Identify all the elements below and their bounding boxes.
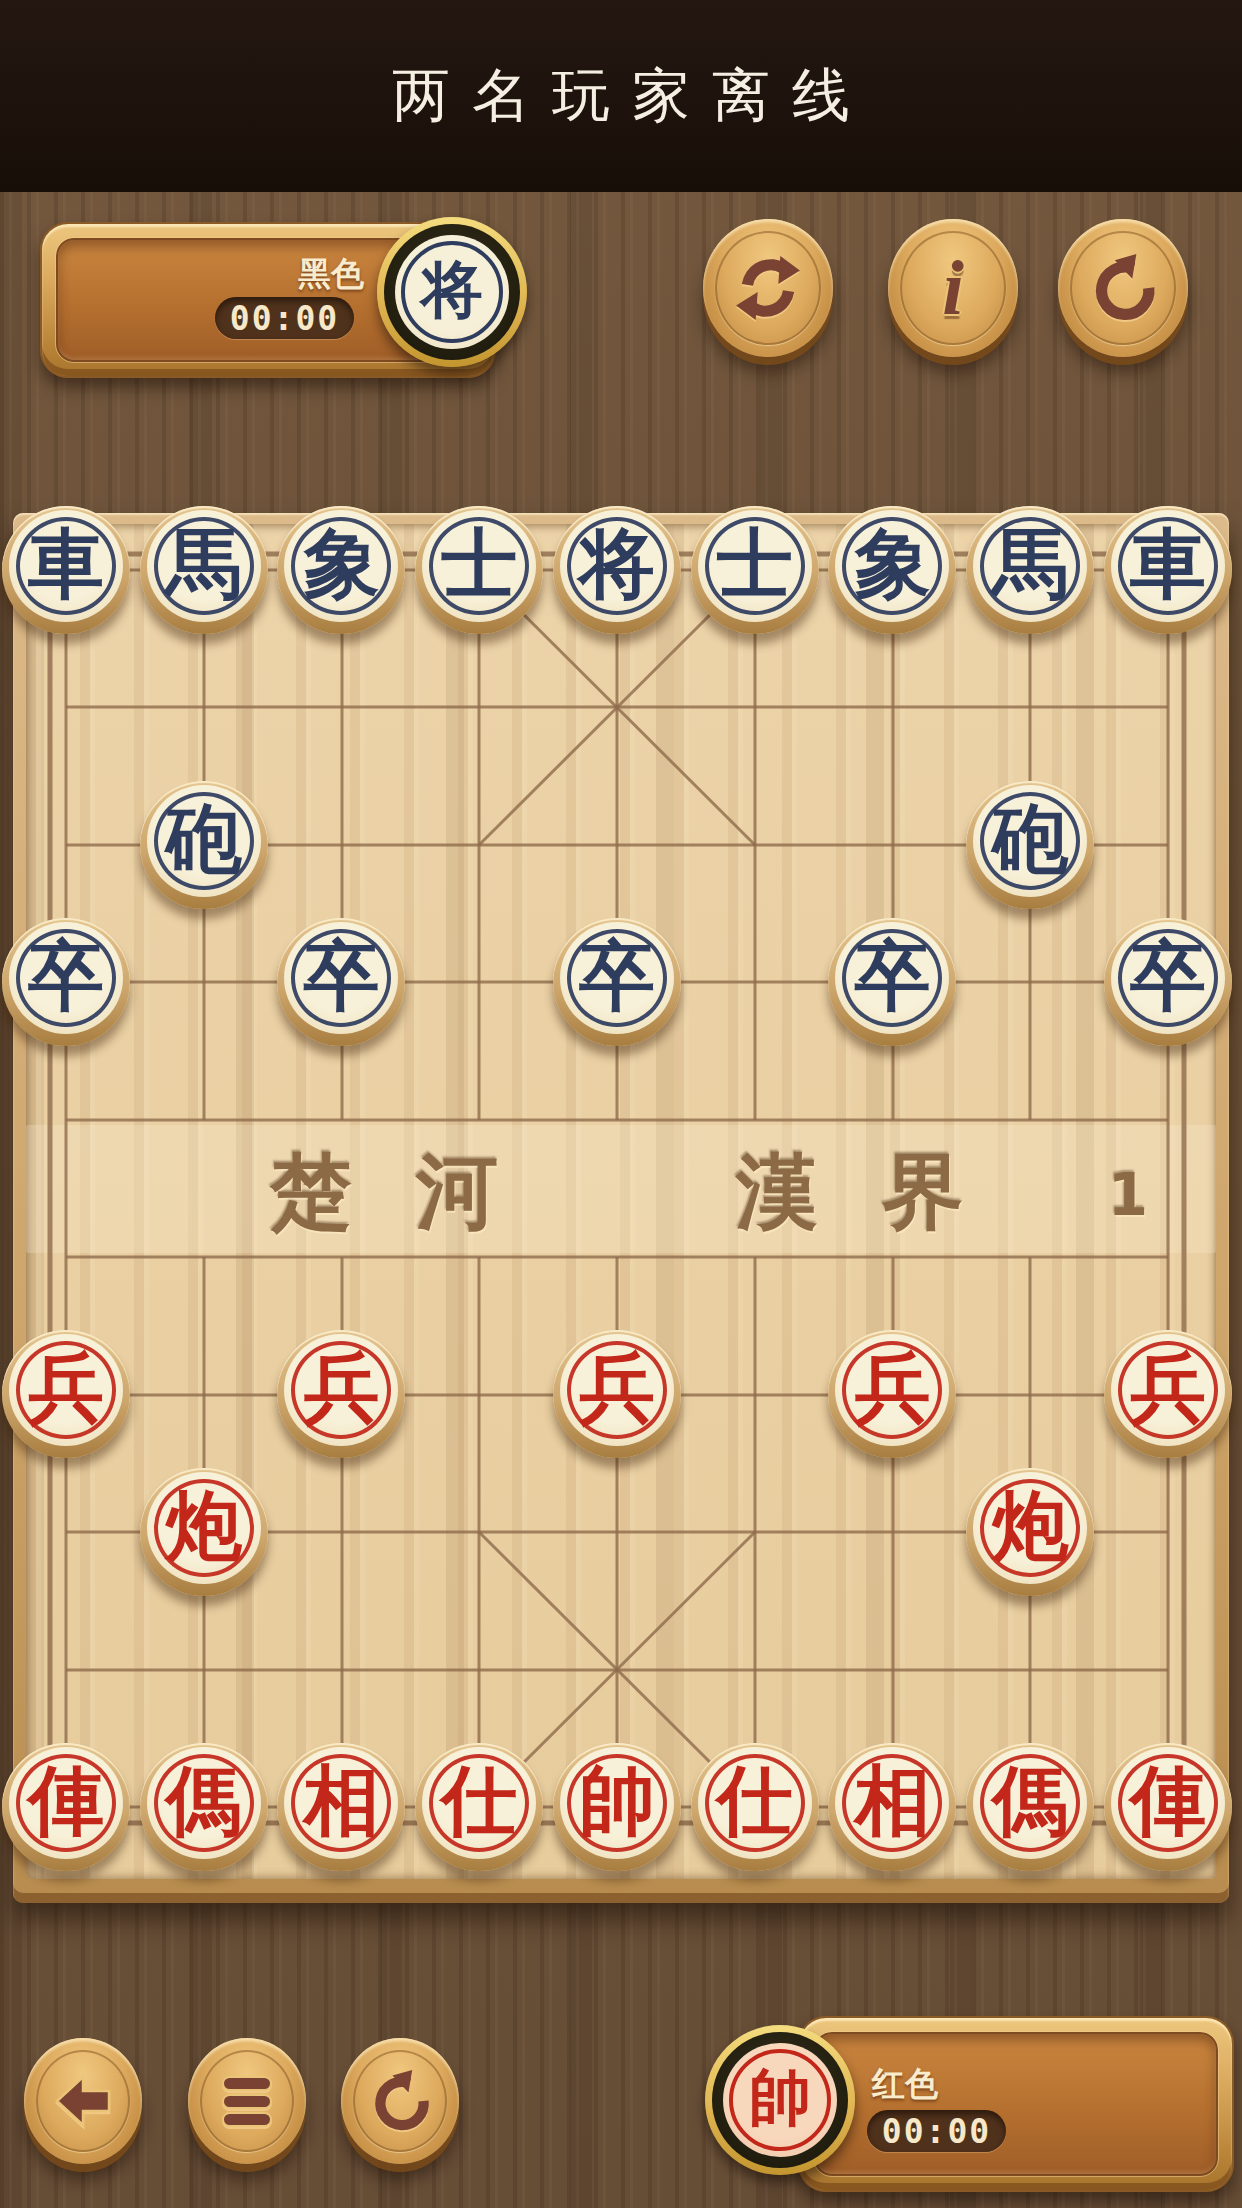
piece-red-horse[interactable]: 傌 <box>966 1743 1094 1871</box>
back-button[interactable] <box>24 2038 142 2164</box>
black-player-label: 黑色 <box>298 252 364 297</box>
piece-red-elephant[interactable]: 相 <box>828 1743 956 1871</box>
undo-button-top[interactable] <box>1058 219 1188 357</box>
piece-black-chariot[interactable]: 車 <box>2 506 130 634</box>
pieces-layer: 車馬象士将士象馬車砲砲卒卒卒卒卒兵兵兵兵兵炮炮俥傌相仕帥仕相傌俥 <box>0 501 1237 1875</box>
piece-red-elephant[interactable]: 相 <box>277 1743 405 1871</box>
piece-black-horse[interactable]: 馬 <box>140 506 268 634</box>
back-arrow-icon <box>24 2038 142 2164</box>
piece-red-advisor[interactable]: 仕 <box>415 1743 543 1871</box>
red-timer: 00:00 <box>867 2110 1006 2152</box>
menu-icon <box>188 2038 306 2164</box>
piece-red-chariot[interactable]: 俥 <box>2 1743 130 1871</box>
sync-icon <box>703 219 833 357</box>
undo-icon <box>341 2038 459 2164</box>
black-general-badge-piece: 将 <box>395 235 509 349</box>
red-general-badge: 帥 <box>705 2025 855 2175</box>
piece-black-advisor[interactable]: 士 <box>415 506 543 634</box>
piece-black-soldier[interactable]: 卒 <box>828 918 956 1046</box>
xiangqi-board[interactable]: 楚 河 漢 界 1 車馬象士将士象馬車砲砲卒卒卒卒卒兵兵兵兵兵炮炮俥傌相仕帥仕相… <box>13 513 1229 1903</box>
piece-red-soldier[interactable]: 兵 <box>828 1330 956 1458</box>
info-icon: i <box>888 219 1018 357</box>
piece-black-soldier[interactable]: 卒 <box>1104 918 1232 1046</box>
status-text: 两名玩家离线 <box>370 57 872 135</box>
piece-red-soldier[interactable]: 兵 <box>553 1330 681 1458</box>
red-general-badge-piece: 帥 <box>723 2043 837 2157</box>
black-player-panel: 黑色 00:00 将 <box>40 222 496 378</box>
undo-button-bottom[interactable] <box>341 2038 459 2164</box>
piece-black-cannon[interactable]: 砲 <box>966 781 1094 909</box>
piece-red-soldier[interactable]: 兵 <box>1104 1330 1232 1458</box>
piece-black-chariot[interactable]: 車 <box>1104 506 1232 634</box>
piece-red-chariot[interactable]: 俥 <box>1104 1743 1232 1871</box>
menu-button[interactable] <box>188 2038 306 2164</box>
piece-red-cannon[interactable]: 炮 <box>966 1468 1094 1596</box>
piece-red-advisor[interactable]: 仕 <box>691 1743 819 1871</box>
piece-red-general[interactable]: 帥 <box>553 1743 681 1871</box>
piece-black-horse[interactable]: 馬 <box>966 506 1094 634</box>
piece-red-horse[interactable]: 傌 <box>140 1743 268 1871</box>
piece-black-elephant[interactable]: 象 <box>277 506 405 634</box>
info-button[interactable]: i <box>888 219 1018 357</box>
flip-board-button[interactable] <box>703 219 833 357</box>
piece-red-soldier[interactable]: 兵 <box>2 1330 130 1458</box>
piece-black-elephant[interactable]: 象 <box>828 506 956 634</box>
piece-red-soldier[interactable]: 兵 <box>277 1330 405 1458</box>
black-timer: 00:00 <box>215 297 354 339</box>
piece-black-general[interactable]: 将 <box>553 506 681 634</box>
status-banner: 两名玩家离线 <box>0 0 1242 192</box>
piece-black-soldier[interactable]: 卒 <box>277 918 405 1046</box>
piece-red-cannon[interactable]: 炮 <box>140 1468 268 1596</box>
red-player-panel: 红色 00:00 帥 <box>798 2016 1234 2192</box>
piece-black-soldier[interactable]: 卒 <box>2 918 130 1046</box>
piece-black-soldier[interactable]: 卒 <box>553 918 681 1046</box>
undo-icon <box>1058 219 1188 357</box>
piece-black-cannon[interactable]: 砲 <box>140 781 268 909</box>
red-player-label: 红色 <box>872 2062 938 2107</box>
black-general-badge: 将 <box>377 217 527 367</box>
piece-black-advisor[interactable]: 士 <box>691 506 819 634</box>
game-screen: 两名玩家离线 黑色 00:00 将 i <box>0 0 1242 2208</box>
